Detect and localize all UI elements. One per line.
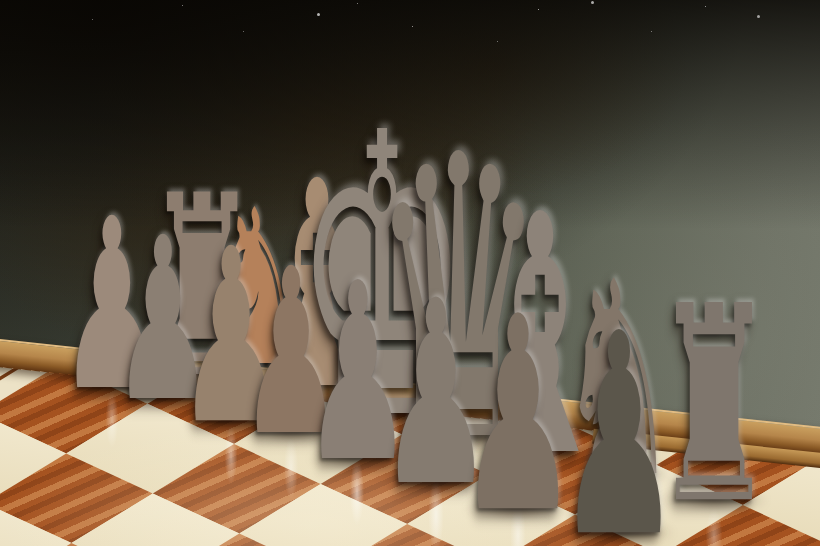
photo-chess-scene: ♟♟♜♞♟♝♟♚♟♛♟♝♟♞♟♜ Close-up low-angle phot… <box>0 0 820 546</box>
piece-pawn-8: ♟ <box>557 297 682 546</box>
pieces-layer: ♟♟♜♞♟♝♟♚♟♛♟♝♟♞♟♜ <box>0 0 820 546</box>
